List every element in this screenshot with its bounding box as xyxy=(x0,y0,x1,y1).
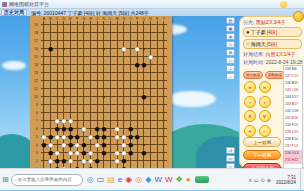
board-cell xyxy=(54,69,61,77)
board-cell xyxy=(67,101,74,109)
toolbar-button-edit-icon[interactable]: ✎ xyxy=(226,41,235,48)
tray-icon-2[interactable]: ⊙ xyxy=(261,177,265,183)
move-list-item[interactable]: 244 D17 xyxy=(284,94,302,101)
toolbar-button-board-setup-icon[interactable]: ⊞ xyxy=(226,49,235,56)
black-stone: ● xyxy=(141,93,147,101)
board-cell xyxy=(67,45,74,53)
row-label: 13 xyxy=(30,69,39,77)
board-cell xyxy=(61,45,68,53)
title-bar: 网络围棋对弈平台 xyxy=(0,0,304,9)
board-cell: ● xyxy=(94,141,101,149)
board-cell xyxy=(61,85,68,93)
board-cell xyxy=(147,101,154,109)
tray-icons-holder: ∧▭⊙⊕ xyxy=(248,177,271,183)
firefox-icon[interactable]: ◎ xyxy=(135,175,142,185)
board-cell xyxy=(47,109,54,117)
weibo-icon[interactable]: W xyxy=(165,175,173,185)
white-stone: ● xyxy=(48,157,54,165)
black-stone: ● xyxy=(48,45,54,53)
move-list-item[interactable]: 237 F13 xyxy=(284,143,302,150)
board-cell xyxy=(141,37,148,45)
board-cell xyxy=(161,93,168,101)
board-cell xyxy=(154,45,161,53)
windows-taskbar: ⊞ ○ 在这里输入你要搜索的内容 ◎▭▤e◉◎◆WW❖● ∧▭⊙⊕ 7:31 2… xyxy=(0,168,304,190)
board-cell: ● xyxy=(81,125,88,133)
row-label: 2 xyxy=(30,157,39,165)
row-label: 16 xyxy=(30,45,39,53)
board-cell xyxy=(121,53,128,61)
board-cell xyxy=(141,125,148,133)
board-cell xyxy=(114,93,121,101)
toolbar-button-mark-icon[interactable]: ◌ xyxy=(226,73,235,80)
move-list-item[interactable]: 248 M6 xyxy=(284,66,302,73)
board-cell xyxy=(54,21,61,29)
board-cell xyxy=(161,77,168,85)
board-cell xyxy=(114,45,121,53)
toolbar-button-play-icon[interactable]: ▷ xyxy=(226,57,235,64)
word-icon[interactable]: W xyxy=(154,175,162,185)
board-cell xyxy=(41,77,48,85)
board-cell xyxy=(54,61,61,69)
board-cell xyxy=(121,93,128,101)
board-cell xyxy=(74,69,81,77)
white-stone: ● xyxy=(114,157,120,165)
row-label: 9 xyxy=(30,101,39,109)
board-cell xyxy=(101,93,108,101)
board-cell xyxy=(114,109,121,117)
white-stone: ● xyxy=(114,133,120,141)
board-cell: ● xyxy=(74,149,81,157)
board-cell xyxy=(94,85,101,93)
move-list-item[interactable]: 235 H12 xyxy=(284,157,302,164)
board-cell xyxy=(67,85,74,93)
board-cell xyxy=(41,101,48,109)
board-cell xyxy=(81,61,88,69)
move-list-item[interactable]: 238 E14 xyxy=(284,136,302,143)
board-cell: ● xyxy=(47,45,54,53)
board-cell xyxy=(141,69,148,77)
board-cell xyxy=(41,53,48,61)
board-cell xyxy=(154,101,161,109)
white-stone: ● xyxy=(81,125,87,133)
board-cell xyxy=(87,77,94,85)
taskbar-icons: ◎▭▤e◉◎◆WW❖● xyxy=(87,175,191,185)
board-cell xyxy=(161,109,168,117)
kifu-buttons: 保存棋谱复制棋谱 xyxy=(243,71,285,79)
board-cell xyxy=(141,109,148,117)
board-cell xyxy=(114,61,121,69)
board-cell xyxy=(107,37,114,45)
board-cell xyxy=(127,21,134,29)
board-cell xyxy=(101,157,108,165)
tray-icon-1[interactable]: ▭ xyxy=(254,177,259,183)
board-cell xyxy=(94,101,101,109)
board-cell xyxy=(54,101,61,109)
black-stone: ● xyxy=(41,141,47,149)
white-stone: ● xyxy=(88,133,94,141)
board-cell xyxy=(41,109,48,117)
toolbar-button-save-icon[interactable]: ▣ xyxy=(226,25,235,32)
board-cell: ● xyxy=(81,157,88,165)
kifu-button-0[interactable]: 保存棋谱 xyxy=(243,71,263,79)
black-player-name: 丁子豪 xyxy=(251,29,266,35)
move-list[interactable]: 248 M6247 C15246 B15245 C16244 D17243 B1… xyxy=(283,65,303,169)
board-cell xyxy=(107,125,114,133)
board-cell xyxy=(81,45,88,53)
board-cell xyxy=(47,117,54,125)
board-cell xyxy=(114,29,121,37)
toolbar-button-print-icon[interactable]: ◈ xyxy=(226,33,235,40)
board-cell xyxy=(47,101,54,109)
board-cell xyxy=(74,37,81,45)
board-cell xyxy=(47,61,54,69)
show-desktop-button[interactable] xyxy=(300,169,304,191)
white-stone: ● xyxy=(94,141,100,149)
board-cell xyxy=(67,53,74,61)
board-cell xyxy=(161,133,168,141)
board-cell xyxy=(121,21,128,29)
board-cell xyxy=(61,69,68,77)
white-stone: ● xyxy=(74,149,80,157)
board-cell xyxy=(127,101,134,109)
board-cell xyxy=(81,101,88,109)
white-stone: ● xyxy=(61,141,67,149)
board-cell xyxy=(161,21,168,29)
nav-button-6[interactable]: + xyxy=(244,125,256,137)
game-info-panel: 分先: 黑贴2又3/4子 ● 丁子豪 [4段] ○ 海阔天 [5段] 对局结果:… xyxy=(239,16,304,168)
board-cell xyxy=(161,117,168,125)
board-cell: ● xyxy=(141,61,148,69)
board-cell xyxy=(127,77,134,85)
board-cell xyxy=(61,93,68,101)
taskbar-badge[interactable] xyxy=(195,176,209,183)
toolbar-button-add-icon[interactable]: + xyxy=(226,65,235,72)
row-label: 7 xyxy=(30,117,39,125)
board-cell xyxy=(121,101,128,109)
row-label: 11 xyxy=(30,85,39,93)
move-list-item[interactable]: 242 C18 xyxy=(284,108,302,115)
board-cell xyxy=(61,21,68,29)
system-tray: ∧▭⊙⊕ 7:31 2022/8/24 xyxy=(248,169,304,191)
black-stone: ● xyxy=(141,61,147,69)
board-cell xyxy=(54,29,61,37)
search-placeholder: 在这里输入你要搜索的内容 xyxy=(18,177,72,182)
board-cell xyxy=(54,45,61,53)
board-cell xyxy=(107,85,114,93)
board-cell xyxy=(127,69,134,77)
row-label: 12 xyxy=(30,77,39,85)
black-stone: ● xyxy=(94,157,100,165)
board-cell xyxy=(74,101,81,109)
wechat-icon[interactable]: ❖ xyxy=(176,175,183,185)
nav-button-7[interactable]: - xyxy=(259,125,271,137)
board-cell xyxy=(94,93,101,101)
board-cell xyxy=(87,117,94,125)
toolbar-button-undo-icon[interactable]: ↺ xyxy=(226,147,235,154)
board-cell xyxy=(114,53,121,61)
board-cell xyxy=(94,61,101,69)
board-cell xyxy=(107,93,114,101)
board-cell xyxy=(107,133,114,141)
board-cell xyxy=(87,61,94,69)
board-cell xyxy=(141,133,148,141)
board-cell xyxy=(154,53,161,61)
white-stone: ● xyxy=(81,157,87,165)
board-cell xyxy=(67,77,74,85)
board-cell xyxy=(54,53,61,61)
white-stone: ● xyxy=(148,53,154,61)
board-cell xyxy=(134,93,141,101)
board-cell xyxy=(134,21,141,29)
board-cell: ● xyxy=(114,157,121,165)
board-cell xyxy=(67,37,74,45)
board-cell xyxy=(114,77,121,85)
board-cell xyxy=(114,101,121,109)
board-cell xyxy=(154,37,161,45)
board-cell xyxy=(114,21,121,29)
board-cell xyxy=(107,101,114,109)
tray-icon-3[interactable]: ⊕ xyxy=(267,177,271,183)
board-cell xyxy=(94,45,101,53)
board-cell xyxy=(87,45,94,53)
board-cell xyxy=(127,61,134,69)
board-cell xyxy=(154,85,161,93)
board-cell xyxy=(47,29,54,37)
board-cell xyxy=(127,109,134,117)
board-cell xyxy=(161,149,168,157)
board-cell xyxy=(101,45,108,53)
taskbar-search[interactable]: ○ 在这里输入你要搜索的内容 xyxy=(11,174,83,186)
black-stone: ● xyxy=(101,149,107,157)
board-cell xyxy=(161,53,168,61)
start-button[interactable]: ⊞ xyxy=(0,175,11,185)
cloud xyxy=(2,61,26,70)
side-toolbar-bottom: ↺▭× xyxy=(226,147,235,170)
nav-button-4[interactable]: ∧ xyxy=(244,110,256,122)
board-cell xyxy=(147,85,154,93)
board-cell xyxy=(141,45,148,53)
board-cell xyxy=(147,133,154,141)
row-label: 4 xyxy=(30,141,39,149)
board-cell xyxy=(74,53,81,61)
board-cell xyxy=(147,21,154,29)
tab-history[interactable]: 历史对局 xyxy=(1,9,27,16)
row-label: 15 xyxy=(30,53,39,61)
chrome-icon[interactable]: ◉ xyxy=(125,175,132,185)
game-icon[interactable]: ● xyxy=(186,175,191,185)
board-cell xyxy=(87,85,94,93)
board-cell xyxy=(134,157,141,165)
board-cell xyxy=(87,101,94,109)
board-cell: ● xyxy=(87,133,94,141)
board-cell xyxy=(41,69,48,77)
board-cell xyxy=(134,77,141,85)
move-list-item[interactable]: 246 B15 xyxy=(284,80,302,87)
white-stone: ● xyxy=(54,133,60,141)
board-cell xyxy=(161,69,168,77)
board-cell xyxy=(81,93,88,101)
move-list-item[interactable]: 240 F15 xyxy=(284,122,302,129)
black-stone-icon: ● xyxy=(246,29,250,35)
board-cell xyxy=(47,69,54,77)
nav-button-3[interactable]: › xyxy=(259,96,271,108)
board-cell xyxy=(154,77,161,85)
taskbar-clock[interactable]: 7:31 2022/8/24 xyxy=(276,175,296,185)
board-cell xyxy=(161,37,168,45)
board-cell xyxy=(121,29,128,37)
black-stone: ● xyxy=(134,61,140,69)
move-list-item[interactable]: 247 C15 xyxy=(284,73,302,80)
board-cell xyxy=(87,93,94,101)
tray-icon-0[interactable]: ∧ xyxy=(248,177,252,183)
board-cell xyxy=(101,61,108,69)
toolbar-button-open-file-icon[interactable]: ▤ xyxy=(226,17,235,24)
row-label: 3 xyxy=(30,149,39,157)
sun-icon xyxy=(280,1,287,8)
board-cell xyxy=(161,141,168,149)
board-cell xyxy=(154,149,161,157)
board-cell xyxy=(87,21,94,29)
board-cell xyxy=(47,77,54,85)
board-cell: ● xyxy=(134,45,141,53)
row-label: 14 xyxy=(30,61,39,69)
board-cell xyxy=(147,69,154,77)
board-cell xyxy=(134,85,141,93)
board-cell xyxy=(147,61,154,69)
qq-icon[interactable]: ◆ xyxy=(145,175,151,185)
board-cell xyxy=(47,21,54,29)
edge-icon[interactable]: e xyxy=(118,175,122,185)
white-stone: ● xyxy=(134,45,140,53)
kifu-button-1[interactable]: 复制棋谱 xyxy=(265,71,285,79)
board-cell xyxy=(47,53,54,61)
board-cell xyxy=(154,125,161,133)
board-cell xyxy=(94,69,101,77)
board-cell xyxy=(161,157,168,165)
board-cell xyxy=(121,61,128,69)
move-list-item[interactable]: 243 B17 xyxy=(284,101,302,108)
toolbar-button-window-icon[interactable]: ▭ xyxy=(226,155,235,162)
board-cell xyxy=(141,29,148,37)
board-cell xyxy=(101,101,108,109)
board-cell xyxy=(74,117,81,125)
taskview-icon[interactable]: ▭ xyxy=(97,175,105,185)
board-cell xyxy=(107,77,114,85)
row-label: 18 xyxy=(30,29,39,37)
board-cell xyxy=(101,21,108,29)
board-cell xyxy=(61,53,68,61)
board-cell xyxy=(154,93,161,101)
move-list-item[interactable]: 241 E16 xyxy=(284,115,302,122)
folder-icon[interactable]: ▤ xyxy=(107,175,115,185)
white-stone-icon: ○ xyxy=(246,41,250,47)
board-cell: ● xyxy=(134,61,141,69)
board-cell xyxy=(121,77,128,85)
board-cell xyxy=(107,149,114,157)
board-cell xyxy=(41,21,48,29)
board-cell xyxy=(74,77,81,85)
board-cell xyxy=(101,53,108,61)
board-grid: ●●●●●●●●●●●●●●●●●●●●●●●●●●●●●●●●●●●●●●●●… xyxy=(41,21,168,173)
board-cell: ● xyxy=(94,157,101,165)
row-label: 5 xyxy=(30,133,39,141)
board-cell xyxy=(127,85,134,93)
nav-button-2[interactable]: ‹ xyxy=(244,96,256,108)
board-cell xyxy=(41,117,48,125)
tab-bar: 历史对局 编号: 20010447 丁子豪 [4段] 对 海阔天 [5段] 共2… xyxy=(0,9,304,16)
nav-button-1[interactable]: » xyxy=(259,81,271,93)
board-cell xyxy=(147,37,154,45)
go-board: ABCDEFGHJKLMNOPQRST 19181716151413121110… xyxy=(30,16,172,169)
board-cell xyxy=(47,93,54,101)
handicap-row: 分先: 黑贴2又3/4子 xyxy=(243,19,302,25)
board-cell xyxy=(134,117,141,125)
board-cell xyxy=(147,125,154,133)
search-icon: ○ xyxy=(14,177,17,183)
board-cell xyxy=(101,109,108,117)
board-cell: ● xyxy=(147,53,154,61)
board-cell xyxy=(54,85,61,93)
board-cell: ● xyxy=(134,133,141,141)
board-cell xyxy=(114,37,121,45)
board-cell xyxy=(147,93,154,101)
black-stone: ● xyxy=(141,149,147,157)
board-cell xyxy=(107,61,114,69)
row-label: 8 xyxy=(30,109,39,117)
board-cell: ● xyxy=(41,141,48,149)
nav-button-5[interactable]: ∨ xyxy=(259,110,271,122)
move-list-item[interactable]: 239 D15 xyxy=(284,129,302,136)
clock-date: 2022/8/24 xyxy=(276,180,296,185)
cloud xyxy=(168,91,216,107)
board-cell: ● xyxy=(127,149,134,157)
board-cell xyxy=(67,29,74,37)
board-cell xyxy=(61,101,68,109)
board-cell xyxy=(127,157,134,165)
board-cell xyxy=(54,37,61,45)
board-cell xyxy=(141,21,148,29)
next-game-button[interactable]: 下一对局 xyxy=(243,150,281,160)
cortana-icon[interactable]: ◎ xyxy=(87,175,94,185)
board-cell xyxy=(101,85,108,93)
board-cell xyxy=(94,29,101,37)
board-cell xyxy=(54,77,61,85)
move-list-item[interactable]: 245 C16 xyxy=(284,87,302,94)
nav-button-0[interactable]: « xyxy=(244,81,256,93)
board-cell xyxy=(41,37,48,45)
board-cell xyxy=(81,85,88,93)
board-cell xyxy=(107,53,114,61)
board-cell xyxy=(67,61,74,69)
side-toolbar: ▤▣◈✎⊞▷+◌ xyxy=(226,17,235,80)
move-list-item[interactable]: 236 G13 xyxy=(284,150,302,157)
board-cell xyxy=(134,149,141,157)
board-cell xyxy=(161,29,168,37)
board-cell xyxy=(81,21,88,29)
prev-game-button[interactable]: 上一对局 xyxy=(243,137,281,147)
board-cell xyxy=(101,37,108,45)
board-cell xyxy=(94,21,101,29)
board-cell xyxy=(154,117,161,125)
board-cell xyxy=(41,45,48,53)
board-cell xyxy=(141,77,148,85)
board-cell: ● xyxy=(61,141,68,149)
board-cell xyxy=(87,53,94,61)
board-cell xyxy=(67,21,74,29)
board-cell xyxy=(47,85,54,93)
board-cell: ● xyxy=(141,149,148,157)
board-cell xyxy=(87,109,94,117)
